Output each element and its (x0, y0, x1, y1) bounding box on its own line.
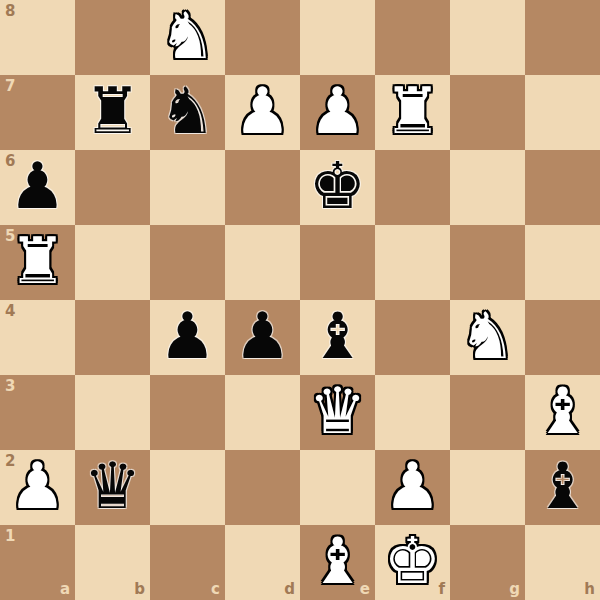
rank-label-3: 3 (5, 379, 15, 394)
file-label-h: h (584, 582, 595, 597)
square-h1[interactable]: h (525, 525, 600, 600)
square-c5[interactable] (150, 225, 225, 300)
square-c1[interactable]: c (150, 525, 225, 600)
white-knight-icon[interactable]: ♞ (459, 304, 516, 368)
square-d6[interactable] (225, 150, 300, 225)
square-d3[interactable] (225, 375, 300, 450)
square-g2[interactable] (450, 450, 525, 525)
square-b4[interactable] (75, 300, 150, 375)
square-b1[interactable]: b (75, 525, 150, 600)
black-pawn-icon[interactable]: ♟ (9, 154, 66, 218)
square-a3[interactable]: 3 (0, 375, 75, 450)
white-pawn-icon[interactable]: ♟ (9, 454, 66, 518)
square-b5[interactable] (75, 225, 150, 300)
square-e3[interactable]: ♛ (300, 375, 375, 450)
black-rook-icon[interactable]: ♜ (84, 79, 141, 143)
square-g6[interactable] (450, 150, 525, 225)
square-g8[interactable] (450, 0, 525, 75)
square-b6[interactable] (75, 150, 150, 225)
square-e2[interactable] (300, 450, 375, 525)
rank-label-8: 8 (5, 4, 15, 19)
square-d8[interactable] (225, 0, 300, 75)
file-label-b: b (134, 582, 145, 597)
square-h6[interactable] (525, 150, 600, 225)
square-b2[interactable]: ♛ (75, 450, 150, 525)
black-king-icon[interactable]: ♚ (309, 154, 366, 218)
square-g3[interactable] (450, 375, 525, 450)
square-f2[interactable]: ♟ (375, 450, 450, 525)
black-bishop-icon[interactable]: ♝ (534, 454, 591, 518)
white-pawn-icon[interactable]: ♟ (234, 79, 291, 143)
square-f8[interactable] (375, 0, 450, 75)
square-d2[interactable] (225, 450, 300, 525)
square-c6[interactable] (150, 150, 225, 225)
square-a7[interactable]: 7 (0, 75, 75, 150)
square-h8[interactable] (525, 0, 600, 75)
white-bishop-icon[interactable]: ♝ (534, 379, 591, 443)
square-e6[interactable]: ♚ (300, 150, 375, 225)
file-label-a: a (60, 582, 70, 597)
black-bishop-icon[interactable]: ♝ (309, 304, 366, 368)
white-king-icon[interactable]: ♚ (384, 529, 441, 593)
square-d5[interactable] (225, 225, 300, 300)
square-f4[interactable] (375, 300, 450, 375)
square-e7[interactable]: ♟ (300, 75, 375, 150)
black-pawn-icon[interactable]: ♟ (159, 304, 216, 368)
chess-board: 8♞7♜♞♟♟♜6♟♚5♜4♟♟♝♞3♛♝2♟♛♟♝1abcde♝f♚gh (0, 0, 600, 600)
square-f5[interactable] (375, 225, 450, 300)
square-f6[interactable] (375, 150, 450, 225)
square-c7[interactable]: ♞ (150, 75, 225, 150)
square-g7[interactable] (450, 75, 525, 150)
rank-label-1: 1 (5, 529, 15, 544)
black-knight-icon[interactable]: ♞ (159, 79, 216, 143)
square-d7[interactable]: ♟ (225, 75, 300, 150)
square-a1[interactable]: 1a (0, 525, 75, 600)
white-bishop-icon[interactable]: ♝ (309, 529, 366, 593)
file-label-g: g (509, 582, 520, 597)
square-g5[interactable] (450, 225, 525, 300)
file-label-c: c (211, 582, 220, 597)
square-e8[interactable] (300, 0, 375, 75)
square-h2[interactable]: ♝ (525, 450, 600, 525)
file-label-d: d (284, 582, 295, 597)
square-d4[interactable]: ♟ (225, 300, 300, 375)
square-a4[interactable]: 4 (0, 300, 75, 375)
square-h5[interactable] (525, 225, 600, 300)
square-a2[interactable]: 2♟ (0, 450, 75, 525)
square-b3[interactable] (75, 375, 150, 450)
square-b8[interactable] (75, 0, 150, 75)
square-c2[interactable] (150, 450, 225, 525)
square-g4[interactable]: ♞ (450, 300, 525, 375)
square-c3[interactable] (150, 375, 225, 450)
white-queen-icon[interactable]: ♛ (309, 379, 366, 443)
square-e4[interactable]: ♝ (300, 300, 375, 375)
square-c4[interactable]: ♟ (150, 300, 225, 375)
black-queen-icon[interactable]: ♛ (84, 454, 141, 518)
rank-label-7: 7 (5, 79, 15, 94)
square-f7[interactable]: ♜ (375, 75, 450, 150)
square-h4[interactable] (525, 300, 600, 375)
square-h3[interactable]: ♝ (525, 375, 600, 450)
white-pawn-icon[interactable]: ♟ (384, 454, 441, 518)
black-pawn-icon[interactable]: ♟ (234, 304, 291, 368)
square-f3[interactable] (375, 375, 450, 450)
square-d1[interactable]: d (225, 525, 300, 600)
square-a6[interactable]: 6♟ (0, 150, 75, 225)
square-a8[interactable]: 8 (0, 0, 75, 75)
square-g1[interactable]: g (450, 525, 525, 600)
white-knight-icon[interactable]: ♞ (159, 4, 216, 68)
square-a5[interactable]: 5♜ (0, 225, 75, 300)
square-h7[interactable] (525, 75, 600, 150)
square-b7[interactable]: ♜ (75, 75, 150, 150)
square-e5[interactable] (300, 225, 375, 300)
square-e1[interactable]: e♝ (300, 525, 375, 600)
white-pawn-icon[interactable]: ♟ (309, 79, 366, 143)
rank-label-4: 4 (5, 304, 15, 319)
white-rook-icon[interactable]: ♜ (9, 229, 66, 293)
white-rook-icon[interactable]: ♜ (384, 79, 441, 143)
square-f1[interactable]: f♚ (375, 525, 450, 600)
square-c8[interactable]: ♞ (150, 0, 225, 75)
